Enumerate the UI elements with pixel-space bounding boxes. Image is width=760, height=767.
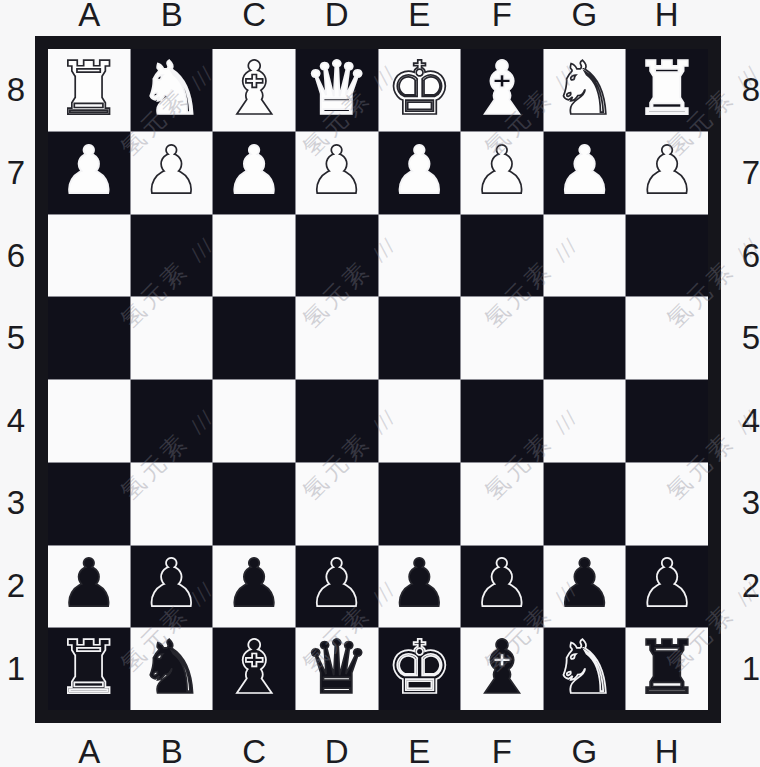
rank-label-left-8: 8 [7,71,25,109]
square-e2: ♟ [379,546,461,628]
square-d3 [296,463,378,545]
square-a1: ♜ [48,628,130,710]
square-c3 [213,463,295,545]
square-f4 [461,380,543,462]
white-rook-a8: ♜ [56,51,122,125]
square-c7: ♟ [213,132,295,214]
square-f5 [461,297,543,379]
square-d1: ♛ [296,628,378,710]
square-b2: ♟ [131,546,213,628]
file-label-top-d: D [325,0,349,34]
rank-label-right-1: 1 [742,650,760,688]
square-g6 [544,215,626,297]
square-g1: ♞ [544,628,626,710]
square-f6 [461,215,543,297]
square-d8: ♛ [296,49,378,131]
square-g2: ♟ [544,546,626,628]
square-e1: ♚ [379,628,461,710]
rank-label-right-3: 3 [742,484,760,522]
square-g4 [544,380,626,462]
board-grid: ♜♞♝♛♚♝♞♜♟♟♟♟♟♟♟♟♟♟♟♟♟♟♟♟♜♞♝♛♚♝♞♜ [48,49,708,710]
square-b8: ♞ [131,49,213,131]
square-h3 [626,463,708,545]
white-pawn-b7: ♟ [142,138,201,204]
file-label-top-h: H [655,0,679,34]
square-g5 [544,297,626,379]
square-c4 [213,380,295,462]
square-d6 [296,215,378,297]
file-label-bottom-h: H [655,733,679,767]
rank-label-right-5: 5 [742,319,760,357]
file-label-top-b: B [161,0,183,34]
square-h4 [626,380,708,462]
rank-label-left-5: 5 [7,319,25,357]
square-b7: ♟ [131,132,213,214]
square-a7: ♟ [48,132,130,214]
square-f3 [461,463,543,545]
file-label-bottom-f: F [492,733,512,767]
square-c1: ♝ [213,628,295,710]
white-king-e8: ♚ [386,51,452,125]
square-g7: ♟ [544,132,626,214]
square-c8: ♝ [213,49,295,131]
square-g8: ♞ [544,49,626,131]
black-pawn-h2: ♟ [638,551,697,617]
black-pawn-f2: ♟ [472,551,531,617]
white-rook-h8: ♜ [634,51,700,125]
file-label-bottom-g: G [571,733,597,767]
square-d5 [296,297,378,379]
rank-label-right-7: 7 [742,154,760,192]
square-d7: ♟ [296,132,378,214]
square-b1: ♞ [131,628,213,710]
square-f1: ♝ [461,628,543,710]
square-f2: ♟ [461,546,543,628]
black-pawn-g2: ♟ [555,551,614,617]
square-h5 [626,297,708,379]
rank-label-left-4: 4 [7,402,25,440]
file-label-top-c: C [242,0,266,34]
white-pawn-g7: ♟ [555,138,614,204]
square-h2: ♟ [626,546,708,628]
rank-label-right-2: 2 [742,567,760,605]
black-rook-a1: ♜ [56,630,122,704]
rank-label-left-6: 6 [7,237,25,275]
black-rook-h1: ♜ [634,630,700,704]
file-label-top-e: E [408,0,430,34]
white-knight-b8: ♞ [138,51,204,125]
rank-label-right-6: 6 [742,237,760,275]
square-c5 [213,297,295,379]
square-f8: ♝ [461,49,543,131]
black-queen-d1: ♛ [304,630,370,704]
square-a8: ♜ [48,49,130,131]
board-frame: ♜♞♝♛♚♝♞♜♟♟♟♟♟♟♟♟♟♟♟♟♟♟♟♟♜♞♝♛♚♝♞♜ [35,36,721,723]
white-bishop-c8: ♝ [221,51,287,125]
white-pawn-h7: ♟ [638,138,697,204]
square-e3 [379,463,461,545]
square-h1: ♜ [626,628,708,710]
rank-label-left-3: 3 [7,484,25,522]
square-e5 [379,297,461,379]
square-a5 [48,297,130,379]
white-pawn-c7: ♟ [224,138,283,204]
square-a3 [48,463,130,545]
square-b4 [131,380,213,462]
black-pawn-a2: ♟ [59,551,118,617]
chess-diagram-page: ABCDEFGH ABCDEFGH 87654321 87654321 ♜♞♝♛… [0,0,760,767]
square-e6 [379,215,461,297]
black-pawn-e2: ♟ [390,551,449,617]
square-a2: ♟ [48,546,130,628]
black-knight-b1: ♞ [138,630,204,704]
rank-label-left-7: 7 [7,154,25,192]
file-label-bottom-a: A [78,733,100,767]
white-pawn-d7: ♟ [307,138,366,204]
square-d4 [296,380,378,462]
black-pawn-b2: ♟ [142,551,201,617]
file-label-top-a: A [78,0,100,34]
square-c2: ♟ [213,546,295,628]
black-bishop-c1: ♝ [221,630,287,704]
square-h6 [626,215,708,297]
white-pawn-e7: ♟ [390,138,449,204]
square-b5 [131,297,213,379]
square-b6 [131,215,213,297]
square-c6 [213,215,295,297]
square-d2: ♟ [296,546,378,628]
white-pawn-f7: ♟ [472,138,531,204]
square-e4 [379,380,461,462]
rank-label-left-1: 1 [7,650,25,688]
file-label-top-g: G [571,0,597,34]
rank-label-left-2: 2 [7,567,25,605]
file-label-bottom-b: B [161,733,183,767]
black-pawn-d2: ♟ [307,551,366,617]
square-e8: ♚ [379,49,461,131]
square-f7: ♟ [461,132,543,214]
file-label-bottom-c: C [242,733,266,767]
square-a6 [48,215,130,297]
square-b3 [131,463,213,545]
file-label-bottom-e: E [408,733,430,767]
white-pawn-a7: ♟ [59,138,118,204]
black-pawn-c2: ♟ [224,551,283,617]
rank-label-right-8: 8 [742,71,760,109]
black-knight-g1: ♞ [551,630,617,704]
black-king-e1: ♚ [386,630,452,704]
white-knight-g8: ♞ [551,51,617,125]
file-label-top-f: F [492,0,512,34]
square-g3 [544,463,626,545]
white-bishop-f8: ♝ [469,51,535,125]
rank-label-right-4: 4 [742,402,760,440]
square-e7: ♟ [379,132,461,214]
square-a4 [48,380,130,462]
white-queen-d8: ♛ [304,51,370,125]
black-bishop-f1: ♝ [469,630,535,704]
square-h8: ♜ [626,49,708,131]
square-h7: ♟ [626,132,708,214]
file-label-bottom-d: D [325,733,349,767]
